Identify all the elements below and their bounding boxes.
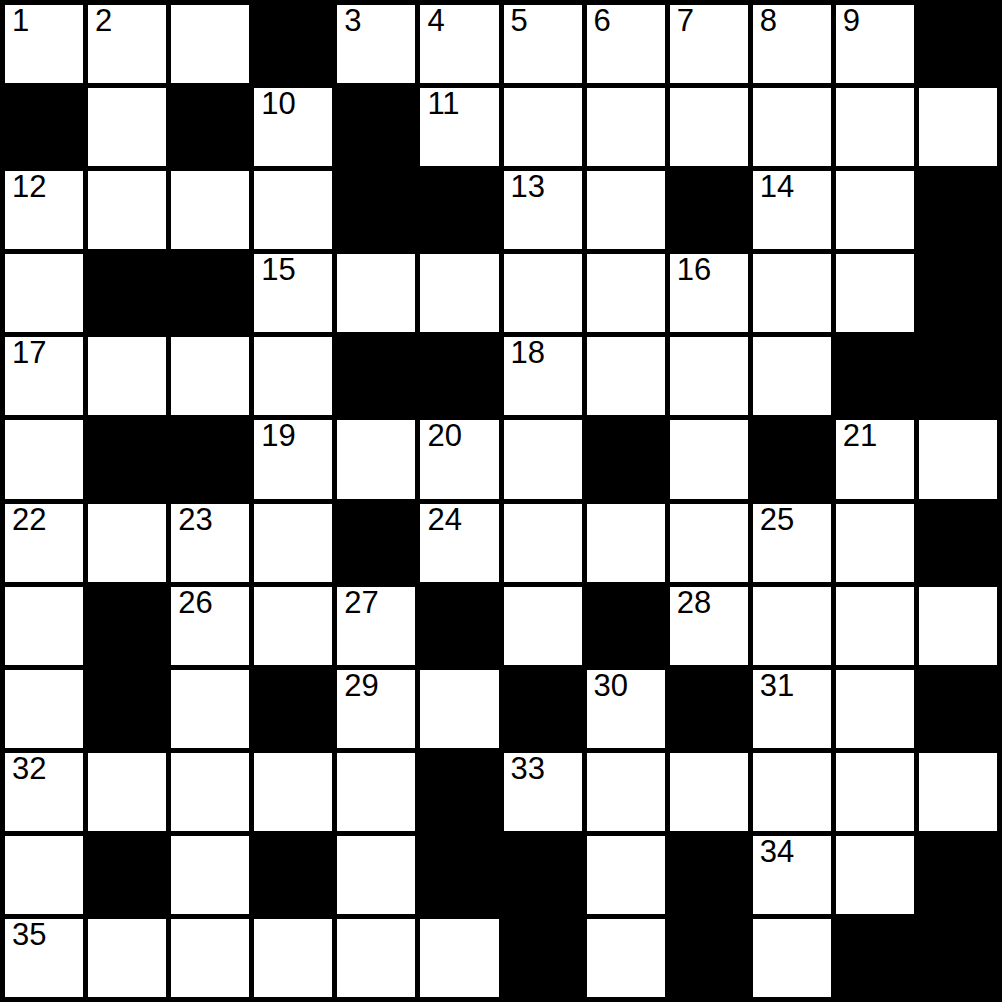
- crossword-cell-black: [171, 420, 249, 498]
- crossword-cell-white[interactable]: 12: [5, 171, 83, 249]
- clue-number: 31: [760, 669, 794, 703]
- crossword-cell-white[interactable]: 23: [171, 504, 249, 582]
- crossword-cell-white[interactable]: [337, 753, 415, 831]
- crossword-cell-white[interactable]: [5, 420, 83, 498]
- crossword-cell-white[interactable]: 19: [254, 420, 332, 498]
- crossword-cell-white[interactable]: [5, 254, 83, 332]
- crossword-cell-black: [420, 171, 498, 249]
- crossword-cell-white[interactable]: [88, 337, 166, 415]
- clue-number: 34: [760, 835, 794, 869]
- crossword-cell-white[interactable]: [587, 836, 665, 914]
- crossword-cell-black: [919, 670, 997, 748]
- crossword-cell-white[interactable]: [753, 88, 831, 166]
- crossword-cell-black: [670, 836, 748, 914]
- crossword-cell-black: [420, 753, 498, 831]
- crossword-cell-white[interactable]: [670, 337, 748, 415]
- crossword-cell-black: [88, 836, 166, 914]
- crossword-cell-white[interactable]: 24: [420, 504, 498, 582]
- clue-number: 1: [12, 4, 29, 38]
- clue-number: 8: [760, 4, 777, 38]
- clue-number: 2: [95, 4, 112, 38]
- crossword-cell-white[interactable]: [670, 504, 748, 582]
- crossword-cell-black: [337, 504, 415, 582]
- crossword-cell-black: [919, 5, 997, 83]
- crossword-cell-white[interactable]: 5: [504, 5, 582, 83]
- crossword-cell-black: [337, 171, 415, 249]
- crossword-cell-white[interactable]: 3: [337, 5, 415, 83]
- crossword-cell-white[interactable]: [171, 5, 249, 83]
- crossword-cell-white[interactable]: [836, 587, 914, 665]
- clue-number: 17: [12, 336, 46, 370]
- crossword-cell-black: [337, 337, 415, 415]
- crossword-cell-white[interactable]: 11: [420, 88, 498, 166]
- crossword-cell-white[interactable]: [587, 753, 665, 831]
- crossword-cell-white[interactable]: [919, 88, 997, 166]
- crossword-cell-black: [337, 88, 415, 166]
- crossword-cell-white[interactable]: 28: [670, 587, 748, 665]
- clue-number: 19: [261, 419, 295, 453]
- crossword-cell-white[interactable]: [670, 88, 748, 166]
- crossword-cell-white[interactable]: 1: [5, 5, 83, 83]
- crossword-cell-black: [171, 88, 249, 166]
- clue-number: 33: [511, 752, 545, 786]
- crossword-cell-white[interactable]: [504, 504, 582, 582]
- crossword-cell-white[interactable]: 14: [753, 171, 831, 249]
- crossword-cell-white[interactable]: [254, 587, 332, 665]
- crossword-cell-white[interactable]: 20: [420, 420, 498, 498]
- crossword-cell-white[interactable]: 13: [504, 171, 582, 249]
- clue-number: 20: [427, 419, 461, 453]
- clue-number: 7: [677, 4, 694, 38]
- crossword-cell-white[interactable]: [919, 420, 997, 498]
- crossword-cell-white[interactable]: [836, 836, 914, 914]
- crossword-cell-white[interactable]: [254, 753, 332, 831]
- clue-number: 13: [511, 170, 545, 204]
- crossword-cell-white[interactable]: 33: [504, 753, 582, 831]
- crossword-cell-white[interactable]: [171, 337, 249, 415]
- crossword-cell-white[interactable]: 35: [5, 919, 83, 997]
- crossword-cell-white[interactable]: [254, 171, 332, 249]
- clue-number: 5: [511, 4, 528, 38]
- crossword-cell-black: [88, 670, 166, 748]
- crossword-cell-white[interactable]: 9: [836, 5, 914, 83]
- crossword-cell-white[interactable]: [504, 587, 582, 665]
- crossword-cell-white[interactable]: 17: [5, 337, 83, 415]
- crossword-cell-white[interactable]: [919, 753, 997, 831]
- crossword-cell-white[interactable]: [171, 753, 249, 831]
- crossword-cell-white[interactable]: 25: [753, 504, 831, 582]
- crossword-cell-white[interactable]: 6: [587, 5, 665, 83]
- crossword-cell-white[interactable]: [254, 337, 332, 415]
- crossword-cell-white[interactable]: 30: [587, 670, 665, 748]
- crossword-cell-black: [88, 587, 166, 665]
- crossword-cell-black: [587, 420, 665, 498]
- crossword-cell-white[interactable]: [420, 254, 498, 332]
- crossword-cell-white[interactable]: 32: [5, 753, 83, 831]
- crossword-cell-black: [254, 836, 332, 914]
- clue-number: 22: [12, 503, 46, 537]
- crossword-cell-white[interactable]: [836, 88, 914, 166]
- crossword-cell-white[interactable]: 8: [753, 5, 831, 83]
- crossword-cell-black: [420, 337, 498, 415]
- crossword-cell-black: [504, 670, 582, 748]
- crossword-cell-white[interactable]: [836, 753, 914, 831]
- crossword-cell-white[interactable]: 29: [337, 670, 415, 748]
- crossword-cell-white[interactable]: [836, 670, 914, 748]
- clue-number: 6: [594, 4, 611, 38]
- crossword-cell-black: [919, 254, 997, 332]
- clue-number: 29: [344, 669, 378, 703]
- crossword-cell-white[interactable]: [337, 420, 415, 498]
- crossword-cell-black: [254, 670, 332, 748]
- crossword-cell-white[interactable]: [504, 88, 582, 166]
- crossword-cell-white[interactable]: [420, 670, 498, 748]
- crossword-cell-black: [919, 504, 997, 582]
- clue-number: 10: [261, 87, 295, 121]
- clue-number: 18: [511, 336, 545, 370]
- crossword-cell-white[interactable]: 10: [254, 88, 332, 166]
- crossword-cell-white[interactable]: 18: [504, 337, 582, 415]
- crossword-cell-white[interactable]: [254, 919, 332, 997]
- clue-number: 25: [760, 503, 794, 537]
- crossword-cell-black: [919, 836, 997, 914]
- crossword-cell-white[interactable]: [670, 753, 748, 831]
- crossword-cell-white[interactable]: [753, 919, 831, 997]
- crossword-cell-black: [420, 836, 498, 914]
- crossword-cell-white[interactable]: [836, 171, 914, 249]
- clue-number: 24: [427, 503, 461, 537]
- crossword-cell-white[interactable]: [88, 504, 166, 582]
- crossword-cell-white[interactable]: [587, 88, 665, 166]
- clue-number: 28: [677, 586, 711, 620]
- crossword-cell-black: [919, 171, 997, 249]
- clue-number: 12: [12, 170, 46, 204]
- crossword-cell-white[interactable]: [5, 836, 83, 914]
- crossword-cell-white[interactable]: 4: [420, 5, 498, 83]
- crossword-cell-white[interactable]: [88, 88, 166, 166]
- crossword-cell-white[interactable]: [587, 171, 665, 249]
- crossword-cell-white[interactable]: [420, 919, 498, 997]
- crossword-cell-black: [836, 337, 914, 415]
- crossword-cell-white[interactable]: 16: [670, 254, 748, 332]
- crossword-cell-white[interactable]: [919, 587, 997, 665]
- crossword-cell-white[interactable]: [171, 919, 249, 997]
- crossword-cell-white[interactable]: [88, 753, 166, 831]
- crossword-cell-white[interactable]: [753, 587, 831, 665]
- crossword-cell-white[interactable]: [836, 504, 914, 582]
- crossword-cell-white[interactable]: [171, 670, 249, 748]
- crossword-cell-white[interactable]: [337, 836, 415, 914]
- crossword-cell-black: [753, 420, 831, 498]
- crossword-cell-black: [254, 5, 332, 83]
- crossword-cell-white[interactable]: [88, 919, 166, 997]
- clue-number: 26: [178, 586, 212, 620]
- crossword-cell-white[interactable]: [670, 420, 748, 498]
- crossword-cell-white[interactable]: [5, 587, 83, 665]
- clue-number: 4: [427, 4, 444, 38]
- clue-number: 16: [677, 253, 711, 287]
- crossword-cell-white[interactable]: [753, 337, 831, 415]
- crossword-cell-white[interactable]: [587, 337, 665, 415]
- crossword-cell-white[interactable]: [504, 420, 582, 498]
- crossword-cell-black: [670, 670, 748, 748]
- crossword-cell-white[interactable]: [587, 919, 665, 997]
- crossword-cell-black: [504, 836, 582, 914]
- clue-number: 35: [12, 918, 46, 952]
- clue-number: 3: [344, 4, 361, 38]
- clue-number: 23: [178, 503, 212, 537]
- crossword-cell-black: [670, 171, 748, 249]
- crossword-cell-white[interactable]: 7: [670, 5, 748, 83]
- crossword-cell-white[interactable]: [337, 254, 415, 332]
- clue-number: 11: [427, 87, 459, 121]
- crossword-cell-white[interactable]: [337, 919, 415, 997]
- clue-number: 32: [12, 752, 46, 786]
- crossword-cell-white[interactable]: [504, 254, 582, 332]
- crossword-cell-white[interactable]: 26: [171, 587, 249, 665]
- clue-number: 14: [760, 170, 794, 204]
- crossword-cell-white[interactable]: 34: [753, 836, 831, 914]
- crossword-cell-black: [420, 587, 498, 665]
- crossword-cell-white[interactable]: 27: [337, 587, 415, 665]
- crossword-cell-black: [88, 420, 166, 498]
- crossword-cell-white[interactable]: 15: [254, 254, 332, 332]
- crossword-cell-black: [670, 919, 748, 997]
- crossword-board: 1234567891011121314151617181920212223242…: [0, 0, 1002, 1002]
- crossword-cell-white[interactable]: [5, 670, 83, 748]
- crossword-cell-black: [88, 254, 166, 332]
- crossword-cell-black: [171, 254, 249, 332]
- crossword-cell-white[interactable]: [587, 504, 665, 582]
- crossword-cell-white[interactable]: [587, 254, 665, 332]
- crossword-cell-black: [836, 919, 914, 997]
- crossword-cell-white[interactable]: [836, 254, 914, 332]
- crossword-cell-black: [919, 337, 997, 415]
- clue-number: 9: [843, 4, 860, 38]
- crossword-cell-black: [587, 587, 665, 665]
- clue-number: 15: [261, 253, 295, 287]
- clue-number: 30: [594, 669, 628, 703]
- crossword-cell-white[interactable]: [171, 171, 249, 249]
- clue-number: 21: [843, 419, 877, 453]
- crossword-cell-white[interactable]: [88, 171, 166, 249]
- crossword-cell-black: [504, 919, 582, 997]
- clue-number: 27: [344, 586, 378, 620]
- crossword-cell-white[interactable]: [171, 836, 249, 914]
- crossword-cell-black: [919, 919, 997, 997]
- crossword-cell-black: [5, 88, 83, 166]
- crossword-cell-white[interactable]: [254, 504, 332, 582]
- crossword-cell-white[interactable]: [753, 753, 831, 831]
- crossword-cell-white[interactable]: 22: [5, 504, 83, 582]
- crossword-cell-white[interactable]: 2: [88, 5, 166, 83]
- crossword-cell-white[interactable]: 21: [836, 420, 914, 498]
- crossword-cell-white[interactable]: [753, 254, 831, 332]
- crossword-cell-white[interactable]: 31: [753, 670, 831, 748]
